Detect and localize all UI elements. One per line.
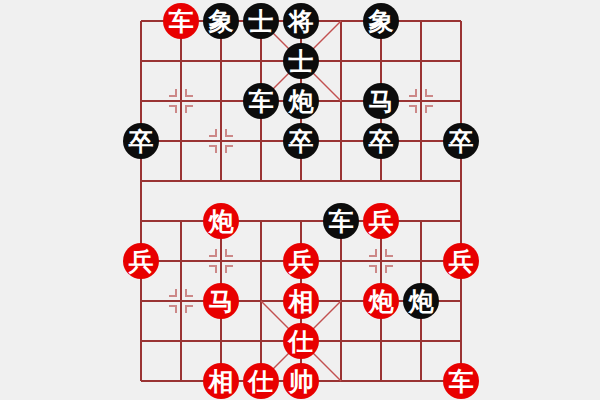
piece-black-soldier[interactable]: 卒	[123, 123, 159, 159]
piece-black-cannon[interactable]: 炮	[403, 283, 439, 319]
piece-red-soldier[interactable]: 兵	[363, 203, 399, 239]
piece-black-chariot[interactable]: 车	[243, 83, 279, 119]
piece-black-cannon[interactable]: 炮	[283, 83, 319, 119]
piece-red-cannon[interactable]: 炮	[203, 203, 239, 239]
piece-black-horse[interactable]: 马	[363, 83, 399, 119]
piece-black-elephant[interactable]: 象	[203, 3, 239, 39]
piece-red-general[interactable]: 帅	[283, 363, 319, 399]
piece-black-general[interactable]: 将	[283, 3, 319, 39]
piece-red-advisor[interactable]: 仕	[243, 363, 279, 399]
piece-red-chariot[interactable]: 车	[443, 363, 479, 399]
piece-black-advisor[interactable]: 士	[243, 3, 279, 39]
piece-black-chariot[interactable]: 车	[323, 203, 359, 239]
piece-red-elephant[interactable]: 相	[203, 363, 239, 399]
piece-red-horse[interactable]: 马	[203, 283, 239, 319]
piece-red-elephant[interactable]: 相	[283, 283, 319, 319]
piece-red-cannon[interactable]: 炮	[363, 283, 399, 319]
piece-black-advisor[interactable]: 士	[283, 43, 319, 79]
piece-red-advisor[interactable]: 仕	[283, 323, 319, 359]
xiangqi-board[interactable]: 车象士将象士车炮马卒卒卒卒炮车兵兵兵兵马相炮炮仕相仕帅车	[121, 1, 481, 400]
piece-black-soldier[interactable]: 卒	[443, 123, 479, 159]
piece-red-chariot[interactable]: 车	[163, 3, 199, 39]
piece-black-elephant[interactable]: 象	[363, 3, 399, 39]
xiangqi-app-background: 车象士将象士车炮马卒卒卒卒炮车兵兵兵兵马相炮炮仕相仕帅车	[0, 0, 600, 400]
piece-red-soldier[interactable]: 兵	[443, 243, 479, 279]
piece-red-soldier[interactable]: 兵	[123, 243, 159, 279]
piece-red-soldier[interactable]: 兵	[283, 243, 319, 279]
piece-black-soldier[interactable]: 卒	[283, 123, 319, 159]
piece-black-soldier[interactable]: 卒	[363, 123, 399, 159]
